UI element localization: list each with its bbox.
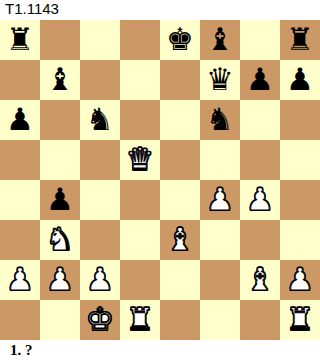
square-h2[interactable]: ♟ [280,260,320,300]
white-rook-h1[interactable]: ♜ [280,300,320,340]
square-d8[interactable] [120,20,160,60]
black-pawn-g7[interactable]: ♟ [240,60,280,100]
square-c1[interactable]: ♚ [80,300,120,340]
white-rook-d1[interactable]: ♜ [120,300,160,340]
black-bishop-b7[interactable]: ♝ [40,60,80,100]
square-g3[interactable] [240,220,280,260]
black-pawn-a6[interactable]: ♟ [0,100,40,140]
square-e2[interactable] [160,260,200,300]
square-g2[interactable]: ♝ [240,260,280,300]
square-g1[interactable] [240,300,280,340]
square-g8[interactable] [240,20,280,60]
square-e1[interactable] [160,300,200,340]
white-pawn-c2[interactable]: ♟ [80,260,120,300]
square-g7[interactable]: ♟ [240,60,280,100]
black-king-e8[interactable]: ♚ [160,20,200,60]
square-c7[interactable] [80,60,120,100]
move-prompt: 1. ? [0,340,320,360]
square-f1[interactable] [200,300,240,340]
white-pawn-a2[interactable]: ♟ [0,260,40,300]
square-c2[interactable]: ♟ [80,260,120,300]
square-a3[interactable] [0,220,40,260]
white-pawn-g4[interactable]: ♟ [240,180,280,220]
square-c6[interactable]: ♞ [80,100,120,140]
square-h4[interactable] [280,180,320,220]
square-b4[interactable]: ♟ [40,180,80,220]
square-c8[interactable] [80,20,120,60]
square-e8[interactable]: ♚ [160,20,200,60]
square-h3[interactable] [280,220,320,260]
square-e7[interactable] [160,60,200,100]
black-bishop-f8[interactable]: ♝ [200,20,240,60]
square-f7[interactable]: ♛ [200,60,240,100]
square-b6[interactable] [40,100,80,140]
square-d5[interactable]: ♛ [120,140,160,180]
square-h7[interactable]: ♟ [280,60,320,100]
square-f3[interactable] [200,220,240,260]
square-d2[interactable] [120,260,160,300]
square-g5[interactable] [240,140,280,180]
white-bishop-e3[interactable]: ♝ [160,220,200,260]
square-d4[interactable] [120,180,160,220]
square-f6[interactable]: ♞ [200,100,240,140]
black-rook-a8[interactable]: ♜ [0,20,40,60]
square-a6[interactable]: ♟ [0,100,40,140]
square-b3[interactable]: ♞ [40,220,80,260]
black-queen-f7[interactable]: ♛ [200,60,240,100]
square-a5[interactable] [0,140,40,180]
black-knight-c6[interactable]: ♞ [80,100,120,140]
square-g4[interactable]: ♟ [240,180,280,220]
black-rook-h8[interactable]: ♜ [280,20,320,60]
square-c4[interactable] [80,180,120,220]
black-knight-f6[interactable]: ♞ [200,100,240,140]
square-e4[interactable] [160,180,200,220]
square-b8[interactable] [40,20,80,60]
square-e6[interactable] [160,100,200,140]
chess-board: ♜♚♝♜♝♛♟♟♟♞♞♛♟♟♟♞♝♟♟♟♝♟♚♜♜ [0,20,320,340]
square-h5[interactable] [280,140,320,180]
square-h1[interactable]: ♜ [280,300,320,340]
square-e3[interactable]: ♝ [160,220,200,260]
square-c3[interactable] [80,220,120,260]
white-queen-d5[interactable]: ♛ [120,140,160,180]
square-c5[interactable] [80,140,120,180]
square-f8[interactable]: ♝ [200,20,240,60]
square-a8[interactable]: ♜ [0,20,40,60]
square-h8[interactable]: ♜ [280,20,320,60]
square-d7[interactable] [120,60,160,100]
square-a7[interactable] [0,60,40,100]
square-h6[interactable] [280,100,320,140]
square-f5[interactable] [200,140,240,180]
square-d6[interactable] [120,100,160,140]
white-pawn-h2[interactable]: ♟ [280,260,320,300]
square-f4[interactable]: ♟ [200,180,240,220]
square-g6[interactable] [240,100,280,140]
square-a1[interactable] [0,300,40,340]
square-d3[interactable] [120,220,160,260]
square-d1[interactable]: ♜ [120,300,160,340]
square-b7[interactable]: ♝ [40,60,80,100]
square-f2[interactable] [200,260,240,300]
puzzle-title: T1.1143 [0,0,320,20]
square-a2[interactable]: ♟ [0,260,40,300]
chess-puzzle-app: T1.1143 ♜♚♝♜♝♛♟♟♟♞♞♛♟♟♟♞♝♟♟♟♝♟♚♜♜ 1. ? [0,0,320,360]
square-a4[interactable] [0,180,40,220]
white-pawn-f4[interactable]: ♟ [200,180,240,220]
white-pawn-b2[interactable]: ♟ [40,260,80,300]
black-pawn-b4[interactable]: ♟ [40,180,80,220]
square-b1[interactable] [40,300,80,340]
square-b2[interactable]: ♟ [40,260,80,300]
white-king-c1[interactable]: ♚ [80,300,120,340]
white-bishop-g2[interactable]: ♝ [240,260,280,300]
white-knight-b3[interactable]: ♞ [40,220,80,260]
square-e5[interactable] [160,140,200,180]
square-b5[interactable] [40,140,80,180]
black-pawn-h7[interactable]: ♟ [280,60,320,100]
